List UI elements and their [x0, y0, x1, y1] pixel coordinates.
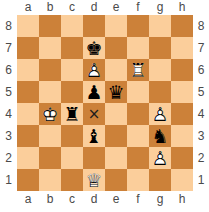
white-pawn-piece-fill: ♟	[83, 59, 105, 81]
chess-board[interactable]: ♚♟♙♜♖♟♛♚♔♜×♟♙♝♞♟♙♛♕	[17, 15, 193, 191]
cross-annotation-d4: ×	[83, 103, 105, 125]
rank-label-3: 3	[0, 125, 17, 147]
square-b6[interactable]	[39, 59, 61, 81]
black-rook-piece: ♜	[61, 103, 83, 125]
file-label-d: d	[83, 193, 105, 205]
square-d7[interactable]: ♚	[83, 37, 105, 59]
square-d1[interactable]: ♛♕	[83, 169, 105, 191]
square-h4[interactable]	[171, 103, 193, 125]
rank-label-6: 6	[0, 59, 17, 81]
white-pawn-piece: ♙	[149, 103, 171, 125]
black-pawn-piece: ♟	[83, 81, 105, 103]
square-b8[interactable]	[39, 15, 61, 37]
rank-label-5: 5	[0, 81, 17, 103]
square-b7[interactable]	[39, 37, 61, 59]
square-a6[interactable]	[17, 59, 39, 81]
file-label-d: d	[83, 1, 105, 15]
file-label-h: h	[171, 193, 193, 205]
square-f8[interactable]	[127, 15, 149, 37]
white-king-piece: ♔	[39, 103, 61, 125]
square-e4[interactable]	[105, 103, 127, 125]
rank-label-8: 8	[193, 15, 209, 37]
square-g2[interactable]: ♟♙	[149, 147, 171, 169]
file-label-f: f	[127, 193, 149, 205]
white-king-piece-fill: ♚	[39, 103, 61, 125]
file-label-h: h	[171, 1, 193, 15]
square-f5[interactable]	[127, 81, 149, 103]
square-a4[interactable]	[17, 103, 39, 125]
square-h3[interactable]	[171, 125, 193, 147]
rank-labels-left: 87654321	[0, 15, 17, 191]
square-g8[interactable]	[149, 15, 171, 37]
file-labels-bottom: abcdefgh	[17, 191, 193, 212]
file-label-f: f	[127, 1, 149, 15]
square-e6[interactable]	[105, 59, 127, 81]
square-f1[interactable]	[127, 169, 149, 191]
file-label-b: b	[39, 1, 61, 15]
chess-diagram: abcdefgh 87654321 ♚♟♙♜♖♟♛♚♔♜×♟♙♝♞♟♙♛♕ 87…	[0, 0, 209, 212]
file-label-c: c	[61, 193, 83, 205]
square-f4[interactable]	[127, 103, 149, 125]
rank-label-3: 3	[193, 125, 209, 147]
square-c2[interactable]	[61, 147, 83, 169]
file-label-c: c	[61, 1, 83, 15]
black-queen-piece: ♛	[105, 81, 127, 103]
square-h2[interactable]	[171, 147, 193, 169]
black-king-piece: ♚	[83, 37, 105, 59]
square-d4[interactable]: ×	[83, 103, 105, 125]
rank-labels-right: 87654321	[193, 15, 209, 191]
square-h8[interactable]	[171, 15, 193, 37]
square-a2[interactable]	[17, 147, 39, 169]
square-f6[interactable]: ♜♖	[127, 59, 149, 81]
rank-label-1: 1	[193, 169, 209, 191]
square-g7[interactable]	[149, 37, 171, 59]
white-pawn-piece: ♙	[149, 147, 171, 169]
square-d5[interactable]: ♟	[83, 81, 105, 103]
square-h5[interactable]	[171, 81, 193, 103]
rank-label-7: 7	[0, 37, 17, 59]
rank-label-2: 2	[0, 147, 17, 169]
square-f7[interactable]	[127, 37, 149, 59]
square-g6[interactable]	[149, 59, 171, 81]
square-c6[interactable]	[61, 59, 83, 81]
square-g4[interactable]: ♟♙	[149, 103, 171, 125]
square-a7[interactable]	[17, 37, 39, 59]
square-a3[interactable]	[17, 125, 39, 147]
square-e8[interactable]	[105, 15, 127, 37]
file-label-a: a	[17, 1, 39, 15]
square-e5[interactable]: ♛	[105, 81, 127, 103]
square-b5[interactable]	[39, 81, 61, 103]
white-pawn-piece-fill: ♟	[149, 103, 171, 125]
rank-label-4: 4	[0, 103, 17, 125]
square-c5[interactable]	[61, 81, 83, 103]
white-rook-piece-fill: ♜	[127, 59, 149, 81]
file-label-g: g	[149, 1, 171, 15]
square-d8[interactable]	[83, 15, 105, 37]
file-label-e: e	[105, 1, 127, 15]
rank-label-8: 8	[0, 15, 17, 37]
square-b4[interactable]: ♚♔	[39, 103, 61, 125]
square-a8[interactable]	[17, 15, 39, 37]
square-c4[interactable]: ♜	[61, 103, 83, 125]
square-b3[interactable]	[39, 125, 61, 147]
square-g1[interactable]	[149, 169, 171, 191]
square-g3[interactable]: ♞	[149, 125, 171, 147]
square-c8[interactable]	[61, 15, 83, 37]
file-label-b: b	[39, 193, 61, 205]
square-b1[interactable]	[39, 169, 61, 191]
square-e1[interactable]	[105, 169, 127, 191]
white-queen-piece: ♕	[83, 169, 105, 191]
square-c7[interactable]	[61, 37, 83, 59]
square-h1[interactable]	[171, 169, 193, 191]
rank-label-5: 5	[193, 81, 209, 103]
square-b2[interactable]	[39, 147, 61, 169]
white-pawn-piece-fill: ♟	[149, 147, 171, 169]
white-queen-piece-fill: ♛	[83, 169, 105, 191]
white-rook-piece: ♖	[127, 59, 149, 81]
black-knight-piece: ♞	[149, 125, 171, 147]
rank-label-7: 7	[193, 37, 209, 59]
rank-label-6: 6	[193, 59, 209, 81]
square-h6[interactable]	[171, 59, 193, 81]
file-label-a: a	[17, 193, 39, 205]
black-bishop-piece: ♝	[83, 125, 105, 147]
file-labels-top: abcdefgh	[17, 0, 193, 15]
square-g5[interactable]	[149, 81, 171, 103]
file-label-g: g	[149, 193, 171, 205]
rank-label-1: 1	[0, 169, 17, 191]
square-d2[interactable]	[83, 147, 105, 169]
white-pawn-piece: ♙	[83, 59, 105, 81]
square-f3[interactable]	[127, 125, 149, 147]
square-e7[interactable]	[105, 37, 127, 59]
square-a5[interactable]	[17, 81, 39, 103]
rank-label-4: 4	[193, 103, 209, 125]
square-a1[interactable]	[17, 169, 39, 191]
rank-label-2: 2	[193, 147, 209, 169]
square-e2[interactable]	[105, 147, 127, 169]
square-d3[interactable]: ♝	[83, 125, 105, 147]
square-c3[interactable]	[61, 125, 83, 147]
square-e3[interactable]	[105, 125, 127, 147]
square-h7[interactable]	[171, 37, 193, 59]
file-label-e: e	[105, 193, 127, 205]
square-f2[interactable]	[127, 147, 149, 169]
square-c1[interactable]	[61, 169, 83, 191]
square-d6[interactable]: ♟♙	[83, 59, 105, 81]
